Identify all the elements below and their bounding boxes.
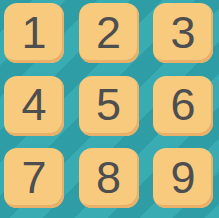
tile-digit: 6 [170,82,195,127]
tile-digit: 9 [170,155,195,200]
tile-8[interactable]: 8 [79,148,139,208]
tile-9[interactable]: 9 [153,148,213,208]
tile-7[interactable]: 7 [4,148,64,208]
number-board: 1 2 3 4 5 6 7 8 9 [0,0,219,218]
tile-digit: 5 [96,82,121,127]
tile-1[interactable]: 1 [4,3,64,63]
tile-digit: 2 [96,10,121,55]
tile-2[interactable]: 2 [79,3,139,63]
tile-digit: 1 [21,10,46,55]
tile-3[interactable]: 3 [153,3,213,63]
tile-digit: 8 [96,155,121,200]
tile-6[interactable]: 6 [153,76,213,136]
tile-digit: 3 [170,10,195,55]
tile-4[interactable]: 4 [4,76,64,136]
tile-5[interactable]: 5 [79,76,139,136]
tile-digit: 4 [21,82,46,127]
tile-digit: 7 [21,155,46,200]
